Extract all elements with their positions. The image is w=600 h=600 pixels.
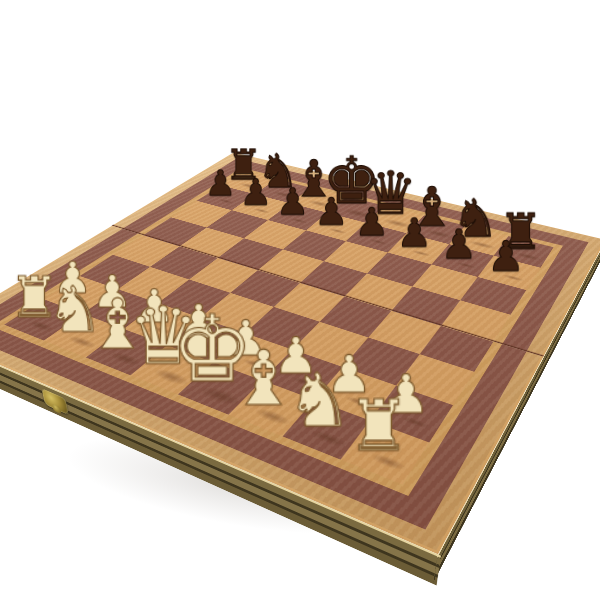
brass-clasp — [41, 388, 68, 415]
chess-board: ♜♞♝♚♛♝♞♜♟♟♟♟♟♟♟♟♟♟♟♟♟♟♟♟♜♞♝♛♚♝♞♜ — [0, 152, 600, 554]
rook-glyph: ♜ — [324, 391, 432, 461]
chess-set-photo: ♜♞♝♚♛♝♞♜♟♟♟♟♟♟♟♟♟♟♟♟♟♟♟♟♜♞♝♛♚♝♞♜ — [0, 0, 600, 600]
scene: ♜♞♝♚♛♝♞♜♟♟♟♟♟♟♟♟♟♟♟♟♟♟♟♟♜♞♝♛♚♝♞♜ — [0, 0, 600, 600]
pawn-glyph: ♟ — [466, 236, 545, 278]
